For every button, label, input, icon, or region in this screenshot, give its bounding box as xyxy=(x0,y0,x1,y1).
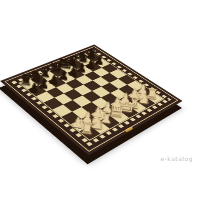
piece-black-rook: ♜ xyxy=(19,74,34,89)
chess-board: ♜♟♟♜♞♟♟♞♝♟♟♝♚♟♟♚♛♟♟♛♝♟♟♝♞♟♟♞♜♟♟♜ xyxy=(0,44,183,155)
piece-black-bishop: ♝ xyxy=(39,66,53,80)
watermark-text: e-katalog xyxy=(160,155,193,162)
piece-white-rook: ♜ xyxy=(145,88,159,102)
piece-black-bishop: ♝ xyxy=(67,55,80,68)
square-h3 xyxy=(127,81,144,91)
piece-black-knight: ♞ xyxy=(29,70,43,84)
product-photo-chess-set: ♜♟♟♜♞♟♟♞♝♟♟♝♚♟♟♚♛♟♟♛♝♟♟♝♞♟♟♞♜♟♟♜ e-katal… xyxy=(0,0,200,200)
